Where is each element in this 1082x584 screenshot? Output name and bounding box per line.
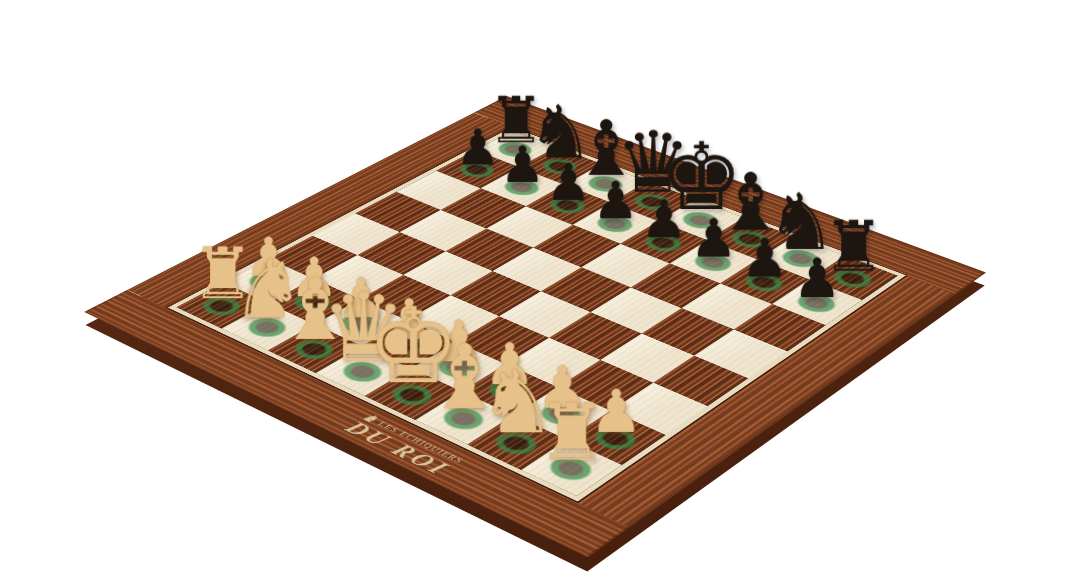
scene: ♜♞♝♛♚♝♞♜♟♟♟♟♟♟♟♟♟♟♟♟♟♟♟♟♜♞♝♛♚♝♞♜ ♞ LES E… — [0, 0, 1082, 584]
black-pawn-glyph: ♟ — [793, 252, 842, 306]
white-rook-glyph: ♜ — [537, 394, 607, 472]
chessboard: ♜♞♝♛♚♝♞♜♟♟♟♟♟♟♟♟♟♟♟♟♟♟♟♟♜♞♝♛♚♝♞♜ ♞ LES E… — [84, 96, 986, 557]
black-pawn-glyph: ♟ — [641, 194, 688, 246]
black-pawn-glyph: ♟ — [690, 212, 737, 265]
product-photo-canvas: ♜♞♝♛♚♝♞♜♟♟♟♟♟♟♟♟♟♟♟♟♟♟♟♟♜♞♝♛♚♝♞♜ ♞ LES E… — [0, 0, 1082, 584]
black-pawn-glyph: ♟ — [741, 232, 789, 286]
board-grid: ♜♞♝♛♚♝♞♜♟♟♟♟♟♟♟♟♟♟♟♟♟♟♟♟♜♞♝♛♚♝♞♜ — [168, 127, 906, 501]
black-pawn-glyph: ♟ — [593, 175, 639, 227]
